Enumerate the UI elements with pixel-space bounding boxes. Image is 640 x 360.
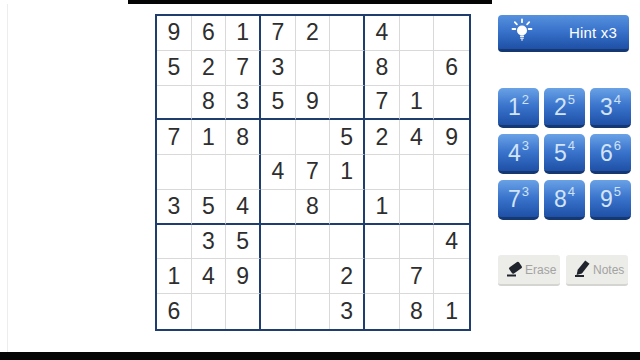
notes-button[interactable]: Notes	[566, 255, 628, 286]
sudoku-cell-r4c5[interactable]	[296, 120, 331, 155]
sudoku-cell-r5c4[interactable]: 4	[261, 155, 296, 190]
sudoku-cell-r9c5[interactable]	[296, 294, 331, 329]
hint-label: Hint x3	[569, 24, 617, 41]
sudoku-cell-r8c1[interactable]: 1	[157, 259, 192, 294]
sudoku-cell-r5c8[interactable]	[400, 155, 435, 190]
numpad-remaining-count: 5	[568, 93, 575, 106]
numpad-button-8[interactable]: 84	[544, 180, 585, 220]
top-letterbox-bar	[128, 0, 492, 4]
sudoku-board: 9617245273868359717185249471354813541492…	[155, 14, 471, 331]
sudoku-cell-r6c7[interactable]: 1	[365, 190, 400, 225]
numpad-remaining-count: 4	[568, 185, 575, 198]
lightbulb-icon	[510, 18, 534, 47]
sudoku-cell-r4c8[interactable]: 4	[400, 120, 435, 155]
numpad-button-9[interactable]: 95	[590, 180, 631, 220]
sudoku-cell-r3c2[interactable]: 8	[192, 86, 227, 121]
sudoku-cell-r4c2[interactable]: 1	[192, 120, 227, 155]
numpad-digit: 2	[554, 96, 567, 119]
sudoku-cell-r1c3[interactable]: 1	[226, 16, 261, 51]
sudoku-cell-r4c7[interactable]: 2	[365, 120, 400, 155]
numpad-digit: 7	[508, 188, 521, 211]
sudoku-cell-r1c6[interactable]	[330, 16, 365, 51]
numpad-button-2[interactable]: 25	[544, 88, 585, 128]
numpad-remaining-count: 6	[614, 139, 621, 152]
sudoku-cell-r4c6[interactable]: 5	[330, 120, 365, 155]
sudoku-cell-r6c1[interactable]: 3	[157, 190, 192, 225]
sudoku-cell-r5c7[interactable]	[365, 155, 400, 190]
numpad-remaining-count: 4	[568, 139, 575, 152]
sudoku-cell-r1c5[interactable]: 2	[296, 16, 331, 51]
numpad-button-5[interactable]: 54	[544, 134, 585, 174]
sudoku-cell-r7c1[interactable]	[157, 225, 192, 260]
sudoku-cell-r6c6[interactable]	[330, 190, 365, 225]
sudoku-cell-r9c2[interactable]	[192, 294, 227, 329]
pencil-icon	[572, 258, 593, 282]
sudoku-cell-r5c2[interactable]	[192, 155, 227, 190]
sudoku-cell-r7c9[interactable]: 4	[434, 225, 469, 260]
erase-label: Erase	[525, 263, 556, 277]
sudoku-cell-r2c5[interactable]	[296, 51, 331, 86]
sudoku-cell-r1c7[interactable]: 4	[365, 16, 400, 51]
sudoku-cell-r8c9[interactable]	[434, 259, 469, 294]
sudoku-cell-r6c5[interactable]: 8	[296, 190, 331, 225]
numpad-button-1[interactable]: 12	[498, 88, 539, 128]
numpad-button-7[interactable]: 73	[498, 180, 539, 220]
sudoku-cell-r7c2[interactable]: 3	[192, 225, 227, 260]
numpad-digit: 9	[600, 188, 613, 211]
sudoku-cell-r5c5[interactable]: 7	[296, 155, 331, 190]
numpad-button-6[interactable]: 66	[590, 134, 631, 174]
sudoku-cell-r3c7[interactable]: 7	[365, 86, 400, 121]
sudoku-cell-r6c2[interactable]: 5	[192, 190, 227, 225]
sudoku-cell-r3c3[interactable]: 3	[226, 86, 261, 121]
numpad-remaining-count: 3	[522, 139, 529, 152]
sudoku-cell-r3c4[interactable]: 5	[261, 86, 296, 121]
numpad-remaining-count: 3	[522, 185, 529, 198]
sudoku-cell-r3c6[interactable]	[330, 86, 365, 121]
sudoku-cell-r9c1[interactable]: 6	[157, 294, 192, 329]
sudoku-cell-r6c9[interactable]	[434, 190, 469, 225]
sudoku-cell-r7c3[interactable]: 5	[226, 225, 261, 260]
sudoku-cell-r3c8[interactable]: 1	[400, 86, 435, 121]
sudoku-cell-r7c4[interactable]	[261, 225, 296, 260]
sudoku-cell-r3c5[interactable]: 9	[296, 86, 331, 121]
sudoku-cell-r8c2[interactable]: 4	[192, 259, 227, 294]
sudoku-cell-r9c6[interactable]: 3	[330, 294, 365, 329]
sudoku-cell-r2c6[interactable]	[330, 51, 365, 86]
sudoku-cell-r7c8[interactable]	[400, 225, 435, 260]
numpad-button-4[interactable]: 43	[498, 134, 539, 174]
sudoku-cell-r1c9[interactable]	[434, 16, 469, 51]
sudoku-cell-r2c3[interactable]: 7	[226, 51, 261, 86]
sudoku-cell-r4c3[interactable]: 8	[226, 120, 261, 155]
sudoku-cell-r7c6[interactable]	[330, 225, 365, 260]
sudoku-cell-r2c7[interactable]: 8	[365, 51, 400, 86]
sudoku-cell-r8c5[interactable]	[296, 259, 331, 294]
panel-edge	[7, 4, 8, 352]
sudoku-cell-r2c2[interactable]: 2	[192, 51, 227, 86]
sudoku-cell-r2c4[interactable]: 3	[261, 51, 296, 86]
numpad-digit: 8	[554, 188, 567, 211]
sudoku-cell-r4c1[interactable]: 7	[157, 120, 192, 155]
numpad-digit: 5	[554, 142, 567, 165]
sudoku-cell-r1c4[interactable]: 7	[261, 16, 296, 51]
sudoku-cell-r6c8[interactable]	[400, 190, 435, 225]
sudoku-cell-r2c8[interactable]	[400, 51, 435, 86]
erase-button[interactable]: Erase	[498, 255, 560, 286]
numpad-digit: 1	[508, 96, 521, 119]
sudoku-cell-r5c6[interactable]: 1	[330, 155, 365, 190]
sudoku-cell-r9c3[interactable]	[226, 294, 261, 329]
numpad-digit: 3	[600, 96, 613, 119]
numpad-digit: 4	[508, 142, 521, 165]
sudoku-cell-r3c9[interactable]	[434, 86, 469, 121]
sudoku-cell-r1c2[interactable]: 6	[192, 16, 227, 51]
numpad-remaining-count: 2	[522, 93, 529, 106]
sudoku-cell-r8c6[interactable]: 2	[330, 259, 365, 294]
numpad-remaining-count: 5	[614, 185, 621, 198]
sudoku-cell-r8c8[interactable]: 7	[400, 259, 435, 294]
sudoku-cell-r8c7[interactable]	[365, 259, 400, 294]
hint-button[interactable]: Hint x3	[498, 15, 629, 52]
sudoku-cell-r8c3[interactable]: 9	[226, 259, 261, 294]
numpad-button-3[interactable]: 34	[590, 88, 631, 128]
numpad-remaining-count: 4	[614, 93, 621, 106]
bottom-letterbox-bar	[0, 352, 640, 360]
sudoku-cell-r6c3[interactable]: 4	[226, 190, 261, 225]
eraser-icon	[504, 258, 525, 282]
sudoku-cell-r2c9[interactable]: 6	[434, 51, 469, 86]
sudoku-cell-r5c3[interactable]	[226, 155, 261, 190]
sudoku-cell-r1c8[interactable]	[400, 16, 435, 51]
sudoku-cell-r7c5[interactable]	[296, 225, 331, 260]
sudoku-cell-r9c8[interactable]: 8	[400, 294, 435, 329]
sudoku-cell-r9c7[interactable]	[365, 294, 400, 329]
sudoku-cell-r4c4[interactable]	[261, 120, 296, 155]
sudoku-cell-r5c1[interactable]	[157, 155, 192, 190]
sudoku-cell-r6c4[interactable]	[261, 190, 296, 225]
sudoku-cell-r9c4[interactable]	[261, 294, 296, 329]
sudoku-cell-r7c7[interactable]	[365, 225, 400, 260]
sudoku-cell-r5c9[interactable]	[434, 155, 469, 190]
sudoku-cell-r9c9[interactable]: 1	[434, 294, 469, 329]
sudoku-cell-r2c1[interactable]: 5	[157, 51, 192, 86]
sudoku-cell-r4c9[interactable]: 9	[434, 120, 469, 155]
notes-label: Notes	[593, 263, 624, 277]
numpad: 122534435466738495	[498, 88, 631, 220]
sudoku-cell-r3c1[interactable]	[157, 86, 192, 121]
sudoku-cell-r1c1[interactable]: 9	[157, 16, 192, 51]
numpad-digit: 6	[600, 142, 613, 165]
sudoku-cell-r8c4[interactable]	[261, 259, 296, 294]
